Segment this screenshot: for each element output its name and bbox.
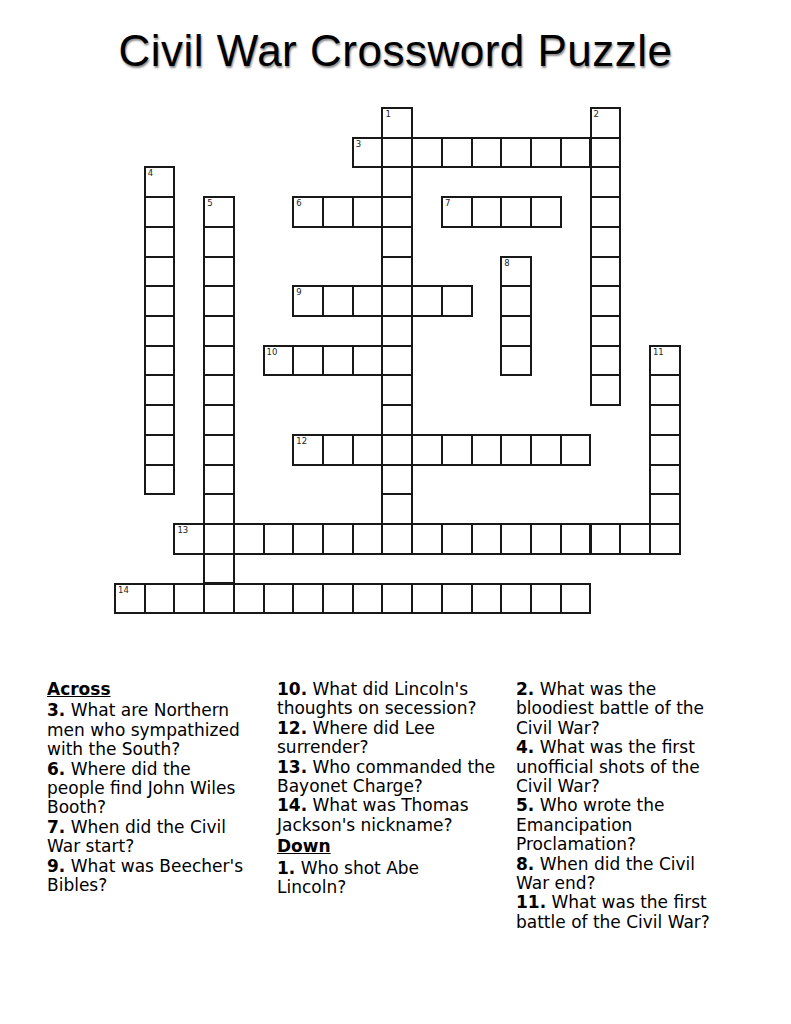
grid-cell-r9c1[interactable] <box>144 374 176 406</box>
grid-cell-r14c5[interactable] <box>263 523 295 555</box>
grid-cell-r12c3[interactable] <box>203 464 235 496</box>
grid-cell-r11c13[interactable] <box>500 434 532 466</box>
cell-number-1: 1 <box>385 109 390 119</box>
grid-cell-r7c9[interactable] <box>381 315 413 347</box>
grid-cell-r6c13[interactable] <box>500 285 532 317</box>
clue-column-1: Across3. What are Northern men who sympa… <box>47 680 272 895</box>
grid-cell-r1c11[interactable] <box>441 137 473 169</box>
grid-cell-r11c6[interactable]: 12 <box>292 434 324 466</box>
grid-cell-r3c14[interactable] <box>530 196 562 228</box>
grid-cell-r9c9[interactable] <box>381 374 413 406</box>
grid-cell-r13c18[interactable] <box>649 493 681 525</box>
grid-cell-r7c3[interactable] <box>203 315 235 347</box>
grid-cell-r6c1[interactable] <box>144 285 176 317</box>
grid-cell-r3c12[interactable] <box>471 196 503 228</box>
grid-cell-r3c7[interactable] <box>322 196 354 228</box>
grid-cell-r11c18[interactable] <box>649 434 681 466</box>
grid-cell-r16c7[interactable] <box>322 583 354 615</box>
grid-cell-r0c16[interactable]: 2 <box>590 107 622 139</box>
clue-across-9: 9. What was Beecher's Bibles? <box>47 857 272 896</box>
grid-cell-r14c6[interactable] <box>292 523 324 555</box>
grid-cell-r16c10[interactable] <box>411 583 443 615</box>
grid-cell-r8c13[interactable] <box>500 345 532 377</box>
cell-number-4: 4 <box>148 168 153 178</box>
clue-column-2: 10. What did Lincoln's thoughts on seces… <box>277 680 512 897</box>
grid-cell-r1c15[interactable] <box>560 137 592 169</box>
grid-cell-r1c13[interactable] <box>500 137 532 169</box>
grid-cell-r14c7[interactable] <box>322 523 354 555</box>
grid-cell-r8c9[interactable] <box>381 345 413 377</box>
grid-cell-r16c14[interactable] <box>530 583 562 615</box>
grid-cell-r6c16[interactable] <box>590 285 622 317</box>
grid-cell-r6c7[interactable] <box>322 285 354 317</box>
crossword-grid: 1234567891011121314 <box>114 107 681 614</box>
grid-cell-r16c2[interactable] <box>173 583 205 615</box>
grid-cell-r8c6[interactable] <box>292 345 324 377</box>
grid-cell-r11c10[interactable] <box>411 434 443 466</box>
grid-cell-r16c12[interactable] <box>471 583 503 615</box>
grid-cell-r5c9[interactable] <box>381 256 413 288</box>
grid-cell-r11c1[interactable] <box>144 434 176 466</box>
grid-cell-r16c8[interactable] <box>352 583 384 615</box>
grid-cell-r3c11[interactable]: 7 <box>441 196 473 228</box>
grid-cell-r3c9[interactable] <box>381 196 413 228</box>
grid-cell-r16c6[interactable] <box>292 583 324 615</box>
grid-cell-r8c7[interactable] <box>322 345 354 377</box>
grid-cell-r9c18[interactable] <box>649 374 681 406</box>
grid-cell-r11c11[interactable] <box>441 434 473 466</box>
clue-across-6: 6. Where did the people find John Wiles … <box>47 760 272 818</box>
grid-cell-r16c13[interactable] <box>500 583 532 615</box>
grid-cell-r5c3[interactable] <box>203 256 235 288</box>
grid-cell-r8c1[interactable] <box>144 345 176 377</box>
grid-cell-r14c10[interactable] <box>411 523 443 555</box>
grid-cell-r11c15[interactable] <box>560 434 592 466</box>
grid-cell-r11c12[interactable] <box>471 434 503 466</box>
cell-number-6: 6 <box>296 198 301 208</box>
grid-cell-r4c3[interactable] <box>203 226 235 258</box>
grid-cell-r4c1[interactable] <box>144 226 176 258</box>
grid-cell-r10c18[interactable] <box>649 404 681 436</box>
grid-cell-r3c3[interactable]: 5 <box>203 196 235 228</box>
grid-cell-r1c8[interactable]: 3 <box>352 137 384 169</box>
grid-cell-r8c18[interactable]: 11 <box>649 345 681 377</box>
grid-cell-r16c3[interactable] <box>203 583 235 615</box>
grid-cell-r11c7[interactable] <box>322 434 354 466</box>
clue-down-4: 4. What was the first unofficial shots o… <box>516 738 756 796</box>
clue-across-13: 13. Who commanded the Bayonet Charge? <box>277 758 512 797</box>
clue-column-3: 2. What was the bloodiest battle of the … <box>516 680 756 932</box>
grid-cell-r1c12[interactable] <box>471 137 503 169</box>
grid-cell-r16c5[interactable] <box>263 583 295 615</box>
grid-cell-r16c4[interactable] <box>233 583 265 615</box>
grid-cell-r11c3[interactable] <box>203 434 235 466</box>
grid-cell-r14c16[interactable] <box>590 523 622 555</box>
grid-cell-r1c9[interactable] <box>381 137 413 169</box>
grid-cell-r14c15[interactable] <box>560 523 592 555</box>
grid-cell-r15c3[interactable] <box>203 553 235 585</box>
grid-cell-r6c10[interactable] <box>411 285 443 317</box>
grid-cell-r6c9[interactable] <box>381 285 413 317</box>
cell-number-12: 12 <box>296 436 307 446</box>
grid-cell-r4c9[interactable] <box>381 226 413 258</box>
grid-cell-r9c3[interactable] <box>203 374 235 406</box>
grid-cell-r7c13[interactable] <box>500 315 532 347</box>
grid-cell-r7c16[interactable] <box>590 315 622 347</box>
grid-cell-r12c18[interactable] <box>649 464 681 496</box>
grid-cell-r5c13[interactable]: 8 <box>500 256 532 288</box>
grid-cell-r16c11[interactable] <box>441 583 473 615</box>
grid-cell-r2c1[interactable]: 4 <box>144 166 176 198</box>
clue-across-7: 7. When did the Civil War start? <box>47 818 272 857</box>
clue-down-1: 1. Who shot Abe Lincoln? <box>277 859 512 898</box>
grid-cell-r2c9[interactable] <box>381 166 413 198</box>
down-header: Down <box>277 837 512 856</box>
grid-cell-r0c9[interactable]: 1 <box>381 107 413 139</box>
grid-cell-r16c0[interactable]: 14 <box>114 583 146 615</box>
grid-cell-r14c2[interactable]: 13 <box>173 523 205 555</box>
grid-cell-r8c16[interactable] <box>590 345 622 377</box>
cell-number-2: 2 <box>594 109 599 119</box>
grid-cell-r11c9[interactable] <box>381 434 413 466</box>
grid-cell-r6c11[interactable] <box>441 285 473 317</box>
grid-cell-r3c1[interactable] <box>144 196 176 228</box>
grid-cell-r6c6[interactable]: 9 <box>292 285 324 317</box>
puzzle-title: Civil War Crossword Puzzle <box>0 26 791 76</box>
clue-down-2: 2. What was the bloodiest battle of the … <box>516 680 756 738</box>
cell-number-5: 5 <box>207 198 212 208</box>
grid-cell-r1c10[interactable] <box>411 137 443 169</box>
clue-down-5: 5. Who wrote the Emancipation Proclamati… <box>516 796 756 854</box>
grid-cell-r4c16[interactable] <box>590 226 622 258</box>
grid-cell-r16c9[interactable] <box>381 583 413 615</box>
grid-cell-r5c1[interactable] <box>144 256 176 288</box>
across-header: Across <box>47 680 272 699</box>
grid-cell-r8c8[interactable] <box>352 345 384 377</box>
grid-cell-r3c6[interactable]: 6 <box>292 196 324 228</box>
grid-cell-r13c9[interactable] <box>381 493 413 525</box>
grid-cell-r2c16[interactable] <box>590 166 622 198</box>
grid-cell-r11c14[interactable] <box>530 434 562 466</box>
grid-cell-r10c9[interactable] <box>381 404 413 436</box>
grid-cell-r14c12[interactable] <box>471 523 503 555</box>
grid-cell-r12c9[interactable] <box>381 464 413 496</box>
grid-cell-r12c1[interactable] <box>144 464 176 496</box>
grid-cell-r8c3[interactable] <box>203 345 235 377</box>
clue-across-10: 10. What did Lincoln's thoughts on seces… <box>277 680 512 719</box>
grid-cell-r10c1[interactable] <box>144 404 176 436</box>
grid-cell-r16c1[interactable] <box>144 583 176 615</box>
grid-cell-r8c5[interactable]: 10 <box>263 345 295 377</box>
grid-cell-r14c9[interactable] <box>381 523 413 555</box>
grid-cell-r13c3[interactable] <box>203 493 235 525</box>
grid-cell-r5c16[interactable] <box>590 256 622 288</box>
grid-cell-r14c11[interactable] <box>441 523 473 555</box>
grid-cell-r10c3[interactable] <box>203 404 235 436</box>
cell-number-8: 8 <box>504 258 509 268</box>
grid-cell-r1c16[interactable] <box>590 137 622 169</box>
grid-cell-r9c16[interactable] <box>590 374 622 406</box>
clue-across-14: 14. What was Thomas Jackson's nickname? <box>277 796 512 835</box>
cell-number-14: 14 <box>118 585 129 595</box>
grid-cell-r1c14[interactable] <box>530 137 562 169</box>
cell-number-13: 13 <box>177 525 188 535</box>
clue-across-3: 3. What are Northern men who sympathized… <box>47 701 272 759</box>
grid-cell-r14c8[interactable] <box>352 523 384 555</box>
cell-number-10: 10 <box>267 347 278 357</box>
clue-down-11: 11. What was the first battle of the Civ… <box>516 893 756 932</box>
grid-cell-r14c4[interactable] <box>233 523 265 555</box>
grid-cell-r14c13[interactable] <box>500 523 532 555</box>
grid-cell-r14c3[interactable] <box>203 523 235 555</box>
cell-number-11: 11 <box>653 347 664 357</box>
grid-cell-r14c14[interactable] <box>530 523 562 555</box>
grid-cell-r11c8[interactable] <box>352 434 384 466</box>
grid-cell-r6c3[interactable] <box>203 285 235 317</box>
grid-cell-r14c18[interactable] <box>649 523 681 555</box>
clue-down-8: 8. When did the Civil War end? <box>516 855 756 894</box>
clue-across-12: 12. Where did Lee surrender? <box>277 719 512 758</box>
cell-number-7: 7 <box>445 198 450 208</box>
grid-cell-r14c17[interactable] <box>619 523 651 555</box>
grid-cell-r6c8[interactable] <box>352 285 384 317</box>
grid-cell-r7c1[interactable] <box>144 315 176 347</box>
grid-cell-r3c13[interactable] <box>500 196 532 228</box>
grid-cell-r16c15[interactable] <box>560 583 592 615</box>
grid-cell-r3c16[interactable] <box>590 196 622 228</box>
cell-number-3: 3 <box>356 139 361 149</box>
grid-cell-r3c8[interactable] <box>352 196 384 228</box>
cell-number-9: 9 <box>296 287 301 297</box>
